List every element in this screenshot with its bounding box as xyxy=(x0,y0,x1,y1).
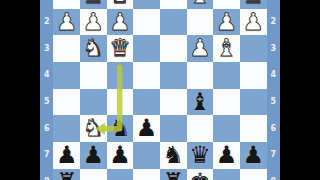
piece-white-bishop-b3[interactable]: ♝ xyxy=(216,35,238,62)
rank-labels-left: 12345678 xyxy=(40,0,53,180)
rank-label-3: 3 xyxy=(40,35,53,62)
square-b3[interactable]: ♝ xyxy=(213,35,240,62)
rank-labels-right: 12345678 xyxy=(267,0,280,180)
square-a8[interactable] xyxy=(240,169,267,180)
square-h7[interactable]: ♟ xyxy=(53,142,80,169)
square-a6[interactable] xyxy=(240,115,267,142)
square-e2[interactable] xyxy=(133,9,160,36)
square-d8[interactable]: ♜ xyxy=(160,169,187,180)
square-d5[interactable] xyxy=(160,89,187,116)
piece-white-knight-g3[interactable]: ♞ xyxy=(83,35,105,62)
square-f5[interactable] xyxy=(107,89,134,116)
square-g3[interactable]: ♞ xyxy=(80,35,107,62)
rank-label-3: 3 xyxy=(267,35,280,62)
piece-black-knight-d7[interactable]: ♞ xyxy=(163,142,185,169)
square-d6[interactable] xyxy=(160,115,187,142)
rank-label-5: 5 xyxy=(40,89,53,116)
rank-label-5: 5 xyxy=(267,89,280,116)
piece-black-rook-d8[interactable]: ♜ xyxy=(163,169,185,180)
rank-label-1: 1 xyxy=(267,0,280,9)
square-g4[interactable] xyxy=(80,62,107,89)
square-e8[interactable] xyxy=(133,169,160,180)
board-squares: ♜♚♝♜♟♟♟♟♟♞♛♟♝♝♞♞♟♟♟♟♞♛♟♟♜♜♚ xyxy=(53,0,266,180)
piece-white-pawn-g2[interactable]: ♟ xyxy=(83,9,105,36)
rank-label-2: 2 xyxy=(267,9,280,36)
square-e6[interactable]: ♟ xyxy=(133,115,160,142)
square-e5[interactable] xyxy=(133,89,160,116)
square-h3[interactable] xyxy=(53,35,80,62)
square-b2[interactable]: ♟ xyxy=(213,9,240,36)
square-d7[interactable]: ♞ xyxy=(160,142,187,169)
piece-black-knight-f6[interactable]: ♞ xyxy=(109,115,131,142)
square-h6[interactable] xyxy=(53,115,80,142)
letterbox-right xyxy=(280,0,320,180)
square-c7[interactable]: ♛ xyxy=(187,142,214,169)
square-h4[interactable] xyxy=(53,62,80,89)
square-c1[interactable]: ♝ xyxy=(187,0,214,9)
piece-white-pawn-a2[interactable]: ♟ xyxy=(242,9,264,36)
square-b4[interactable] xyxy=(213,62,240,89)
piece-white-queen-f3[interactable]: ♛ xyxy=(109,35,131,62)
square-b8[interactable] xyxy=(213,169,240,180)
piece-black-pawn-f7[interactable]: ♟ xyxy=(109,142,131,169)
square-f2[interactable]: ♟ xyxy=(107,9,134,36)
square-h8[interactable]: ♜ xyxy=(53,169,80,180)
letterbox-left xyxy=(0,0,40,180)
square-h5[interactable] xyxy=(53,89,80,116)
square-g2[interactable]: ♟ xyxy=(80,9,107,36)
chess-board: 12345678 ♜♚♝♜♟♟♟♟♟♞♛♟♝♝♞♞♟♟♟♟♞♛♟♟♜♜♚ 123… xyxy=(40,0,280,180)
square-c3[interactable]: ♟ xyxy=(187,35,214,62)
square-h2[interactable]: ♟ xyxy=(53,9,80,36)
rank-label-4: 4 xyxy=(267,62,280,89)
square-f4[interactable] xyxy=(107,62,134,89)
square-e1[interactable] xyxy=(133,0,160,9)
piece-black-rook-h8[interactable]: ♜ xyxy=(56,169,78,180)
square-e7[interactable] xyxy=(133,142,160,169)
rank-label-2: 2 xyxy=(40,9,53,36)
square-f8[interactable] xyxy=(107,169,134,180)
piece-black-pawn-b7[interactable]: ♟ xyxy=(216,142,238,169)
square-d2[interactable] xyxy=(160,9,187,36)
square-c5[interactable]: ♝ xyxy=(187,89,214,116)
square-b6[interactable] xyxy=(213,115,240,142)
square-c6[interactable] xyxy=(187,115,214,142)
square-d3[interactable] xyxy=(160,35,187,62)
square-b7[interactable]: ♟ xyxy=(213,142,240,169)
square-a5[interactable] xyxy=(240,89,267,116)
square-a4[interactable] xyxy=(240,62,267,89)
rank-label-7: 7 xyxy=(267,142,280,169)
rank-label-6: 6 xyxy=(267,115,280,142)
square-c8[interactable]: ♚ xyxy=(187,169,214,180)
piece-white-bishop-c1[interactable]: ♝ xyxy=(189,0,211,9)
piece-white-pawn-c3[interactable]: ♟ xyxy=(189,35,211,62)
piece-black-pawn-h7[interactable]: ♟ xyxy=(56,142,78,169)
rank-label-4: 4 xyxy=(40,62,53,89)
rank-label-6: 6 xyxy=(40,115,53,142)
square-g8[interactable] xyxy=(80,169,107,180)
piece-white-knight-g6[interactable]: ♞ xyxy=(83,115,105,142)
square-f6[interactable]: ♞ xyxy=(107,115,134,142)
rank-label-1: 1 xyxy=(40,0,53,9)
piece-black-bishop-c5[interactable]: ♝ xyxy=(189,89,211,116)
square-a2[interactable]: ♟ xyxy=(240,9,267,36)
square-e3[interactable] xyxy=(133,35,160,62)
piece-black-king-c8[interactable]: ♚ xyxy=(189,169,211,180)
square-g6[interactable]: ♞ xyxy=(80,115,107,142)
square-a7[interactable]: ♟ xyxy=(240,142,267,169)
square-g5[interactable] xyxy=(80,89,107,116)
square-b5[interactable] xyxy=(213,89,240,116)
piece-black-pawn-e6[interactable]: ♟ xyxy=(136,115,158,142)
piece-black-pawn-g7[interactable]: ♟ xyxy=(83,142,105,169)
square-d4[interactable] xyxy=(160,62,187,89)
piece-black-pawn-a7[interactable]: ♟ xyxy=(242,142,264,169)
video-frame: 12345678 ♜♚♝♜♟♟♟♟♟♞♛♟♝♝♞♞♟♟♟♟♞♛♟♟♜♜♚ 123… xyxy=(0,0,320,180)
piece-black-queen-c7[interactable]: ♛ xyxy=(189,142,211,169)
square-d1[interactable] xyxy=(160,0,187,9)
square-c2[interactable] xyxy=(187,9,214,36)
rank-label-8: 8 xyxy=(40,169,53,180)
piece-white-pawn-b2[interactable]: ♟ xyxy=(216,9,238,36)
square-f3[interactable]: ♛ xyxy=(107,35,134,62)
rank-label-8: 8 xyxy=(267,169,280,180)
square-c4[interactable] xyxy=(187,62,214,89)
square-f7[interactable]: ♟ xyxy=(107,142,134,169)
piece-white-pawn-h2[interactable]: ♟ xyxy=(56,9,78,36)
square-e4[interactable] xyxy=(133,62,160,89)
square-a3[interactable] xyxy=(240,35,267,62)
piece-white-pawn-f2[interactable]: ♟ xyxy=(109,9,131,36)
square-g7[interactable]: ♟ xyxy=(80,142,107,169)
rank-label-7: 7 xyxy=(40,142,53,169)
